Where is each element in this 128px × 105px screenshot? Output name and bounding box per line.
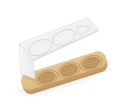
- metal-stand-shelf: [19, 18, 99, 60]
- product-photo-svg: Overhead-angle studio photo of a three-s…: [0, 0, 128, 105]
- product-photo: Overhead-angle studio photo of a three-s…: [0, 0, 128, 105]
